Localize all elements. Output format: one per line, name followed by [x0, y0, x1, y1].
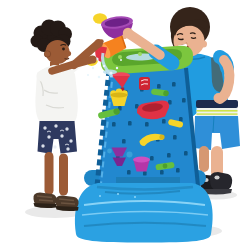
floral-dot — [69, 139, 72, 142]
droplet — [116, 67, 118, 69]
basin-droplet — [99, 195, 101, 197]
droplet — [120, 59, 122, 61]
toddler-ear — [44, 51, 50, 57]
peg-hole — [160, 170, 164, 175]
peg-hole — [128, 121, 132, 126]
floral-dot — [43, 126, 46, 129]
boy-waistband-stripe — [197, 113, 238, 114]
wall-base-recess — [116, 177, 180, 184]
floral-dot — [53, 145, 56, 148]
tray-knob — [138, 52, 142, 56]
peg-hole — [176, 168, 180, 173]
peg-hole — [179, 117, 183, 122]
peg-hole — [162, 119, 166, 124]
stack-knob — [127, 152, 133, 158]
tray-knob — [118, 55, 122, 59]
boy-hand — [214, 93, 224, 103]
peg-hole — [122, 139, 126, 144]
toddler-fingers — [99, 39, 103, 43]
yellow-flower-cup — [110, 89, 127, 106]
toddler-right-leg — [59, 154, 68, 196]
droplet — [92, 67, 94, 69]
toddler-eye — [62, 48, 65, 51]
flower-cup-rim — [111, 92, 128, 97]
basin-droplet — [117, 193, 119, 195]
product-photo — [0, 0, 246, 246]
toddler-hand — [89, 56, 97, 64]
scoop-hub — [159, 134, 164, 139]
water-basin — [75, 183, 213, 243]
toddler-nose — [66, 51, 71, 56]
basin-droplet — [134, 196, 136, 198]
floral-dot — [60, 134, 63, 137]
peg-hole — [157, 84, 161, 89]
floral-dot — [41, 144, 44, 147]
peg-hole — [173, 135, 177, 140]
peg-hole — [167, 153, 171, 158]
peg-hole — [150, 156, 154, 161]
peg-hole — [145, 122, 149, 127]
peg-hole — [172, 82, 176, 87]
brand-badge — [139, 77, 150, 90]
droplet — [109, 71, 112, 74]
toddler-left-leg — [45, 152, 54, 195]
magenta-cup-rim — [133, 157, 150, 163]
peg-hole — [112, 122, 116, 127]
sneaker-lace-detail — [214, 176, 219, 180]
boy-ear — [200, 41, 207, 48]
droplet — [87, 74, 89, 76]
boy-waistband-stripe — [197, 110, 238, 112]
peg-hole — [127, 170, 131, 175]
floral-dot — [54, 124, 57, 127]
peg-hole — [182, 98, 186, 103]
peg-hole — [143, 171, 147, 176]
floral-dot — [47, 135, 50, 138]
droplet — [98, 76, 101, 79]
scene-illustration — [0, 0, 246, 246]
boy-near-sneaker — [210, 172, 232, 191]
floral-dot — [65, 127, 68, 130]
boy-far-leg — [199, 146, 209, 172]
floral-dot — [66, 147, 69, 150]
peg-hole — [184, 151, 188, 156]
droplet — [103, 65, 106, 68]
stack-knob — [107, 149, 112, 154]
